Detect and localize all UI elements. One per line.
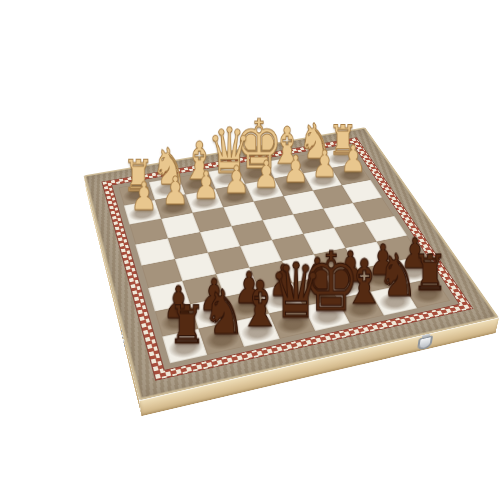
- piece-shadow: [218, 187, 251, 205]
- chess-board: ♜♞♝♛♚♝♞♜♟♟♟♟♟♟♟♟♟♟♟♟♟♟♟♟♜♞♝♛♚♝♞♜: [84, 127, 500, 400]
- product-photo: ♜♞♝♛♚♝♞♜♟♟♟♟♟♟♟♟♟♟♟♟♟♟♟♟♜♞♝♛♚♝♞♜: [0, 0, 500, 500]
- piece-shadow: [202, 326, 242, 352]
- piece-shadow: [262, 288, 301, 312]
- metal-clasp-icon: [417, 335, 433, 351]
